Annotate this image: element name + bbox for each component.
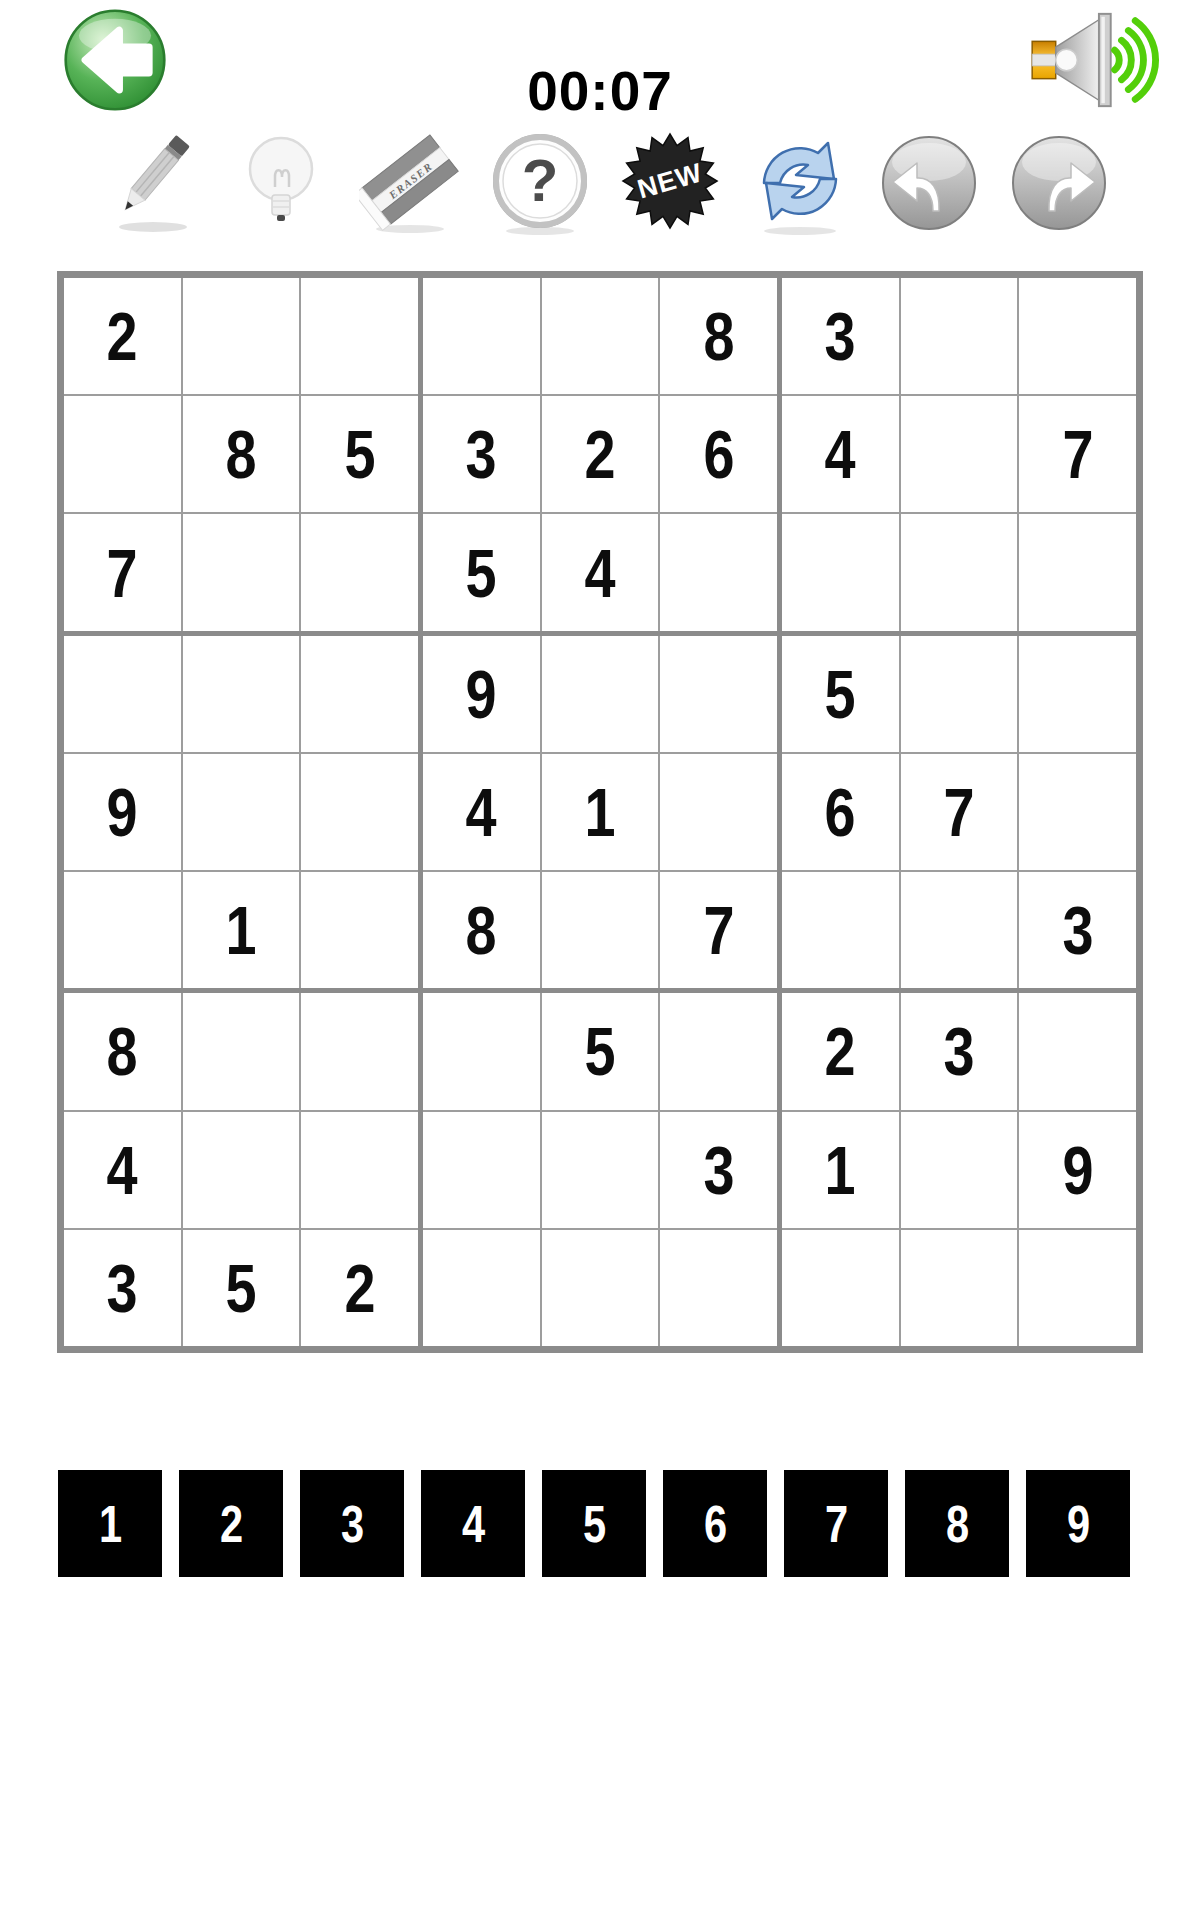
given-digit: 3 (703, 1136, 734, 1204)
cell-r5c5[interactable]: 1 (542, 754, 659, 870)
cell-r9c1[interactable]: 3 (64, 1230, 181, 1346)
help-glyph: ? (522, 147, 559, 214)
numpad-key-label: 3 (340, 1498, 363, 1550)
cell-r2c7[interactable]: 4 (782, 396, 899, 512)
numpad-key-label: 6 (703, 1498, 726, 1550)
cell-r4c1[interactable] (64, 636, 181, 752)
given-digit: 2 (825, 1017, 856, 1085)
given-digit: 8 (466, 896, 497, 964)
cell-r4c4[interactable]: 9 (423, 636, 540, 752)
numpad-key-label: 5 (582, 1498, 605, 1550)
cell-r8c7[interactable]: 1 (782, 1112, 899, 1228)
numpad-key-8[interactable]: 8 (905, 1470, 1009, 1577)
cell-r6c8[interactable] (901, 872, 1018, 988)
cell-r9c6[interactable] (660, 1230, 777, 1346)
cell-r9c9[interactable] (1019, 1230, 1136, 1346)
box-9: 2319 (782, 993, 1136, 1346)
cell-r4c3[interactable] (301, 636, 418, 752)
given-digit: 3 (466, 420, 497, 488)
sound-button[interactable] (1020, 6, 1170, 114)
numpad-key-7[interactable]: 7 (784, 1470, 888, 1577)
cell-r2c2[interactable]: 8 (183, 396, 300, 512)
toolbar: ERASER ? NEW (100, 126, 1110, 240)
given-digit: 1 (225, 896, 256, 964)
cell-r4c5[interactable] (542, 636, 659, 752)
pencil-icon (100, 127, 202, 239)
given-digit: 1 (584, 778, 615, 846)
cell-r7c4[interactable] (423, 993, 540, 1109)
given-digit: 5 (825, 660, 856, 728)
numpad-key-3[interactable]: 3 (300, 1470, 404, 1577)
cell-r6c2[interactable]: 1 (183, 872, 300, 988)
cell-r9c8[interactable] (901, 1230, 1018, 1346)
lightbulb-icon (230, 127, 332, 239)
given-digit: 3 (107, 1254, 138, 1322)
cell-r6c3[interactable] (301, 872, 418, 988)
cell-r8c2[interactable] (183, 1112, 300, 1228)
cell-r3c3[interactable] (301, 514, 418, 630)
eraser-button[interactable]: ERASER (359, 127, 461, 239)
given-digit: 7 (943, 778, 974, 846)
help-icon: ? (489, 127, 591, 239)
box-8: 53 (423, 993, 777, 1346)
cell-r1c4[interactable] (423, 278, 540, 394)
numpad-key-5[interactable]: 5 (542, 1470, 646, 1577)
cell-r6c6[interactable]: 7 (660, 872, 777, 988)
top-bar: 00:07 (0, 0, 1200, 120)
cell-r4c9[interactable] (1019, 636, 1136, 752)
cell-r8c3[interactable] (301, 1112, 418, 1228)
numpad-key-label: 7 (824, 1498, 847, 1550)
box-5: 94187 (423, 636, 777, 989)
cell-r4c8[interactable] (901, 636, 1018, 752)
given-digit: 3 (1062, 896, 1093, 964)
cell-r5c6[interactable] (660, 754, 777, 870)
cell-r9c2[interactable]: 5 (183, 1230, 300, 1346)
cell-r3c9[interactable] (1019, 514, 1136, 630)
cell-r5c3[interactable] (301, 754, 418, 870)
cell-r7c1[interactable]: 8 (64, 993, 181, 1109)
cell-r8c4[interactable] (423, 1112, 540, 1228)
given-digit: 5 (584, 1017, 615, 1085)
undo-button[interactable] (878, 127, 980, 239)
cell-r6c4[interactable]: 8 (423, 872, 540, 988)
given-digit: 8 (225, 420, 256, 488)
restart-button[interactable] (749, 127, 851, 239)
redo-button[interactable] (1008, 127, 1110, 239)
numpad-key-4[interactable]: 4 (421, 1470, 525, 1577)
cell-r2c1[interactable] (64, 396, 181, 512)
cell-r7c3[interactable] (301, 993, 418, 1109)
cell-r7c9[interactable] (1019, 993, 1136, 1109)
cell-r2c5[interactable]: 2 (542, 396, 659, 512)
given-digit: 2 (107, 302, 138, 370)
numpad-key-2[interactable]: 2 (179, 1470, 283, 1577)
numpad-key-label: 4 (461, 1498, 484, 1550)
given-digit: 4 (584, 539, 615, 607)
given-digit: 5 (466, 539, 497, 607)
cell-r1c1[interactable]: 2 (64, 278, 181, 394)
cell-r4c2[interactable] (183, 636, 300, 752)
cell-r8c6[interactable]: 3 (660, 1112, 777, 1228)
cell-r5c8[interactable]: 7 (901, 754, 1018, 870)
refresh-icon (749, 127, 851, 239)
cell-r9c5[interactable] (542, 1230, 659, 1346)
numpad-key-label: 8 (945, 1498, 968, 1550)
cell-r7c6[interactable] (660, 993, 777, 1109)
undo-icon (878, 127, 980, 239)
cell-r3c2[interactable] (183, 514, 300, 630)
pencil-button[interactable] (100, 127, 202, 239)
cell-r6c7[interactable] (782, 872, 899, 988)
cell-r7c7[interactable]: 2 (782, 993, 899, 1109)
given-digit: 3 (943, 1017, 974, 1085)
given-digit: 2 (344, 1254, 375, 1322)
given-digit: 8 (107, 1017, 138, 1085)
cell-r5c4[interactable]: 4 (423, 754, 540, 870)
cell-r7c5[interactable]: 5 (542, 993, 659, 1109)
given-digit: 9 (107, 778, 138, 846)
new-game-button[interactable]: NEW (619, 127, 721, 239)
given-digit: 7 (107, 539, 138, 607)
hint-button[interactable] (230, 127, 332, 239)
box-2: 832654 (423, 278, 777, 631)
cell-r1c8[interactable] (901, 278, 1018, 394)
cell-r1c5[interactable] (542, 278, 659, 394)
cell-r8c8[interactable] (901, 1112, 1018, 1228)
cell-r2c4[interactable]: 3 (423, 396, 540, 512)
cell-r1c6[interactable]: 8 (660, 278, 777, 394)
given-digit: 6 (703, 420, 734, 488)
box-7: 84352 (64, 993, 418, 1346)
cell-r9c3[interactable]: 2 (301, 1230, 418, 1346)
cell-r1c3[interactable] (301, 278, 418, 394)
cell-r8c1[interactable]: 4 (64, 1112, 181, 1228)
given-digit: 5 (225, 1254, 256, 1322)
cell-r4c6[interactable] (660, 636, 777, 752)
numpad-key-label: 9 (1066, 1498, 1089, 1550)
cell-r3c4[interactable]: 5 (423, 514, 540, 630)
cell-r1c7[interactable]: 3 (782, 278, 899, 394)
sudoku-app: 00:07 (0, 0, 1200, 1920)
given-digit: 4 (466, 778, 497, 846)
numpad-key-label: 1 (98, 1498, 121, 1550)
cell-r2c3[interactable]: 5 (301, 396, 418, 512)
given-digit: 8 (703, 302, 734, 370)
given-digit: 5 (344, 420, 375, 488)
help-button[interactable]: ? (489, 127, 591, 239)
given-digit: 4 (825, 420, 856, 488)
numpad-key-9[interactable]: 9 (1026, 1470, 1130, 1577)
cell-r9c7[interactable] (782, 1230, 899, 1346)
cell-r5c7[interactable]: 6 (782, 754, 899, 870)
given-digit: 4 (107, 1136, 138, 1204)
cell-r7c8[interactable]: 3 (901, 993, 1018, 1109)
given-digit: 1 (825, 1136, 856, 1204)
cell-r5c2[interactable] (183, 754, 300, 870)
numpad: 123456789 (58, 1470, 1138, 1577)
given-digit: 6 (825, 778, 856, 846)
box-1: 2857 (64, 278, 418, 631)
eraser-icon: ERASER (359, 127, 461, 239)
cell-r3c5[interactable]: 4 (542, 514, 659, 630)
cell-r7c2[interactable] (183, 993, 300, 1109)
numpad-key-1[interactable]: 1 (58, 1470, 162, 1577)
cell-r3c7[interactable] (782, 514, 899, 630)
cell-r3c6[interactable] (660, 514, 777, 630)
box-3: 347 (782, 278, 1136, 631)
cell-r1c2[interactable] (183, 278, 300, 394)
box-4: 91 (64, 636, 418, 989)
sudoku-board: 28578326543479194187567384352532319 (57, 271, 1143, 1353)
cell-r6c5[interactable] (542, 872, 659, 988)
cell-r8c9[interactable]: 9 (1019, 1112, 1136, 1228)
given-digit: 7 (703, 896, 734, 964)
given-digit: 7 (1062, 420, 1093, 488)
given-digit: 9 (466, 660, 497, 728)
numpad-key-label: 2 (219, 1498, 242, 1550)
numpad-key-6[interactable]: 6 (663, 1470, 767, 1577)
cell-r2c9[interactable]: 7 (1019, 396, 1136, 512)
cell-r1c9[interactable] (1019, 278, 1136, 394)
cell-r4c7[interactable]: 5 (782, 636, 899, 752)
speaker-icon (1020, 6, 1170, 114)
cell-r9c4[interactable] (423, 1230, 540, 1346)
cell-r2c6[interactable]: 6 (660, 396, 777, 512)
given-digit: 2 (584, 420, 615, 488)
cell-r6c1[interactable] (64, 872, 181, 988)
cell-r3c1[interactable]: 7 (64, 514, 181, 630)
redo-icon (1008, 127, 1110, 239)
cell-r5c9[interactable] (1019, 754, 1136, 870)
given-digit: 3 (825, 302, 856, 370)
cell-r5c1[interactable]: 9 (64, 754, 181, 870)
box-6: 5673 (782, 636, 1136, 989)
cell-r2c8[interactable] (901, 396, 1018, 512)
given-digit: 9 (1062, 1136, 1093, 1204)
cell-r3c8[interactable] (901, 514, 1018, 630)
new-badge-icon: NEW (619, 127, 721, 239)
cell-r8c5[interactable] (542, 1112, 659, 1228)
cell-r6c9[interactable]: 3 (1019, 872, 1136, 988)
